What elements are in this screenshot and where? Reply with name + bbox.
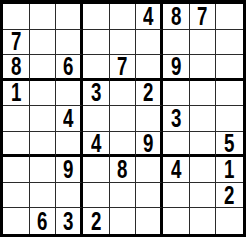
cell-r8c8[interactable] <box>190 183 217 209</box>
cell-r1c5[interactable] <box>110 4 137 30</box>
cell-r6c7[interactable] <box>163 132 190 158</box>
given-digit: 9 <box>171 55 181 80</box>
cell-r2c3[interactable] <box>56 30 83 56</box>
cell-r7c3[interactable]: 9 <box>56 157 83 183</box>
cell-r9c9[interactable] <box>216 208 243 234</box>
cell-r6c3[interactable] <box>56 132 83 158</box>
given-digit: 8 <box>117 157 127 183</box>
cell-r8c5[interactable] <box>110 183 137 209</box>
cell-r5c3[interactable]: 4 <box>56 106 83 132</box>
cell-r2c6[interactable] <box>136 30 163 56</box>
given-digit: 8 <box>171 4 181 30</box>
cell-r5c9[interactable] <box>216 106 243 132</box>
cell-r8c6[interactable] <box>136 183 163 209</box>
cell-r9c5[interactable] <box>110 208 137 234</box>
cell-r1c3[interactable] <box>56 4 83 30</box>
cell-r7c4[interactable] <box>83 157 110 183</box>
cell-r3c7[interactable]: 9 <box>163 55 190 81</box>
given-digit: 2 <box>224 183 234 209</box>
cell-r3c1[interactable]: 8 <box>3 55 30 81</box>
cell-r4c3[interactable] <box>56 81 83 107</box>
cell-r7c8[interactable] <box>190 157 217 183</box>
cell-r3c8[interactable] <box>190 55 217 81</box>
given-digit: 4 <box>171 157 181 183</box>
cell-r9c8[interactable] <box>190 208 217 234</box>
given-digit: 3 <box>91 81 101 107</box>
given-digit: 8 <box>11 55 21 80</box>
cell-r5c7[interactable]: 3 <box>163 106 190 132</box>
cell-r5c4[interactable] <box>83 106 110 132</box>
given-digit: 9 <box>63 157 73 183</box>
cell-r3c4[interactable] <box>83 55 110 81</box>
given-digit: 4 <box>63 106 73 132</box>
given-digit: 2 <box>91 208 101 234</box>
cell-r5c5[interactable] <box>110 106 137 132</box>
cell-r4c6[interactable]: 2 <box>136 81 163 107</box>
cell-r3c6[interactable] <box>136 55 163 81</box>
cell-r1c1[interactable] <box>3 4 30 30</box>
cell-r9c4[interactable]: 2 <box>83 208 110 234</box>
cell-r7c5[interactable]: 8 <box>110 157 137 183</box>
cell-r7c2[interactable] <box>30 157 57 183</box>
given-digit: 5 <box>224 132 234 157</box>
cell-r7c9[interactable]: 1 <box>216 157 243 183</box>
given-digit: 3 <box>171 106 181 132</box>
cell-r4c5[interactable] <box>110 81 137 107</box>
cell-r6c1[interactable] <box>3 132 30 158</box>
cell-r7c1[interactable] <box>3 157 30 183</box>
cell-r1c4[interactable] <box>83 4 110 30</box>
cell-r4c4[interactable]: 3 <box>83 81 110 107</box>
given-digit: 6 <box>37 208 47 234</box>
cell-r8c1[interactable] <box>3 183 30 209</box>
cell-r3c2[interactable] <box>30 55 57 81</box>
cell-r8c3[interactable] <box>56 183 83 209</box>
given-digit: 7 <box>197 4 207 30</box>
cell-r2c8[interactable] <box>190 30 217 56</box>
cell-r4c8[interactable] <box>190 81 217 107</box>
cell-r2c1[interactable]: 7 <box>3 30 30 56</box>
cell-r2c9[interactable] <box>216 30 243 56</box>
cell-r8c4[interactable] <box>83 183 110 209</box>
cell-r3c9[interactable] <box>216 55 243 81</box>
cell-r3c3[interactable]: 6 <box>56 55 83 81</box>
given-digit: 7 <box>11 30 21 56</box>
cell-r2c4[interactable] <box>83 30 110 56</box>
cell-r8c7[interactable] <box>163 183 190 209</box>
cell-r5c6[interactable] <box>136 106 163 132</box>
cell-r3c5[interactable]: 7 <box>110 55 137 81</box>
cell-r1c7[interactable]: 8 <box>163 4 190 30</box>
cell-r6c6[interactable]: 9 <box>136 132 163 158</box>
given-digit: 6 <box>63 55 73 80</box>
cell-r7c7[interactable]: 4 <box>163 157 190 183</box>
cell-r4c1[interactable]: 1 <box>3 81 30 107</box>
cell-r6c8[interactable] <box>190 132 217 158</box>
given-digit: 7 <box>117 55 127 80</box>
cell-r4c2[interactable] <box>30 81 57 107</box>
cell-r4c9[interactable] <box>216 81 243 107</box>
cell-r9c6[interactable] <box>136 208 163 234</box>
given-digit: 1 <box>11 81 21 107</box>
cell-r9c3[interactable]: 3 <box>56 208 83 234</box>
sudoku-board: 487786791324349598412632 <box>0 0 246 237</box>
given-digit: 1 <box>224 157 234 183</box>
cell-r8c2[interactable] <box>30 183 57 209</box>
cell-r4c7[interactable] <box>163 81 190 107</box>
given-digit: 9 <box>143 132 153 157</box>
given-digit: 4 <box>91 132 101 157</box>
given-digit: 2 <box>143 81 153 107</box>
given-digit: 3 <box>63 208 73 234</box>
cell-r5c8[interactable] <box>190 106 217 132</box>
cell-r9c1[interactable] <box>3 208 30 234</box>
cell-r5c1[interactable] <box>3 106 30 132</box>
cell-r1c2[interactable] <box>30 4 57 30</box>
cell-r1c6[interactable]: 4 <box>136 4 163 30</box>
cell-r6c4[interactable]: 4 <box>83 132 110 158</box>
cell-r2c7[interactable] <box>163 30 190 56</box>
given-digit: 4 <box>143 4 153 30</box>
cell-r5c2[interactable] <box>30 106 57 132</box>
cell-r2c2[interactable] <box>30 30 57 56</box>
cell-r1c9[interactable] <box>216 4 243 30</box>
cell-r9c2[interactable]: 6 <box>30 208 57 234</box>
cell-r2c5[interactable] <box>110 30 137 56</box>
cell-r6c2[interactable] <box>30 132 57 158</box>
cell-r7c6[interactable] <box>136 157 163 183</box>
cell-r6c9[interactable]: 5 <box>216 132 243 158</box>
cell-r9c7[interactable] <box>163 208 190 234</box>
cell-r8c9[interactable]: 2 <box>216 183 243 209</box>
cell-r6c5[interactable] <box>110 132 137 158</box>
cell-r1c8[interactable]: 7 <box>190 4 217 30</box>
